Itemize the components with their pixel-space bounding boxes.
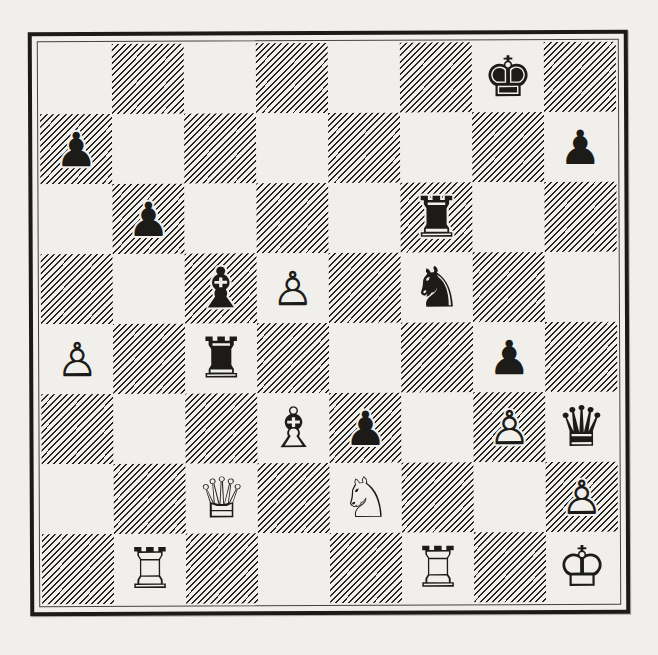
- square-e3: ♟♟: [329, 393, 401, 463]
- square-a6: [40, 184, 112, 254]
- black-pawn: ♟♟: [112, 184, 184, 254]
- board-grid: ♚♚♟♟♟♟♟♟♜♜♝♝♟♙♞♞♟♙♜♜♟♟♝♗♟♟♟♙♛♛♛♕♞♘♟♙♜♖♜♖…: [40, 42, 618, 605]
- square-c3: [185, 393, 257, 463]
- black-pawn: ♟♟: [329, 393, 401, 463]
- white-knight: ♞♘: [330, 463, 402, 533]
- square-c2: ♛♕: [186, 463, 258, 533]
- square-g3: ♟♙: [473, 392, 545, 462]
- square-g2: [474, 462, 546, 532]
- square-c6: [184, 183, 256, 253]
- square-e5: [329, 253, 401, 323]
- square-e4: [329, 323, 401, 393]
- white-pawn: ♟♙: [257, 253, 329, 323]
- square-g6: [472, 182, 544, 252]
- square-a2: [42, 464, 114, 534]
- white-king: ♚♔: [546, 532, 618, 602]
- square-f2: [402, 462, 474, 532]
- board-inner-border: ♚♚♟♟♟♟♟♟♜♜♝♝♟♙♞♞♟♙♜♜♟♟♝♗♟♟♟♙♛♛♛♕♞♘♟♙♜♖♜♖…: [37, 39, 621, 608]
- square-b6: ♟♟: [112, 184, 184, 254]
- square-b8: [112, 44, 184, 114]
- square-d3: ♝♗: [257, 393, 329, 463]
- square-f4: [401, 322, 473, 392]
- square-h3: ♛♛: [545, 392, 617, 462]
- square-g5: [473, 252, 545, 322]
- square-f1: ♜♖: [402, 532, 474, 602]
- square-a3: [41, 394, 113, 464]
- square-a1: [42, 534, 114, 604]
- square-e2: ♞♘: [330, 463, 402, 533]
- square-h2: ♟♙: [546, 462, 618, 532]
- square-d4: [257, 323, 329, 393]
- black-queen: ♛♛: [545, 392, 617, 462]
- square-g8: ♚♚: [472, 42, 544, 112]
- square-c1: [186, 533, 258, 603]
- square-f3: [401, 392, 473, 462]
- square-g1: [474, 532, 546, 602]
- chess-board: ♚♚♟♟♟♟♟♟♜♜♝♝♟♙♞♞♟♙♜♜♟♟♝♗♟♟♟♙♛♛♛♕♞♘♟♙♜♖♜♖…: [28, 30, 631, 617]
- square-b4: [113, 324, 185, 394]
- book-page: ♚♚♟♟♟♟♟♟♜♜♝♝♟♙♞♞♟♙♜♜♟♟♝♗♟♟♟♙♛♛♛♕♞♘♟♙♜♖♜♖…: [0, 0, 658, 655]
- white-rook: ♜♖: [114, 534, 186, 604]
- black-rook: ♜♜: [400, 182, 472, 252]
- white-pawn: ♟♙: [546, 462, 618, 532]
- black-knight: ♞♞: [401, 252, 473, 322]
- square-c5: ♝♝: [185, 253, 257, 323]
- square-c8: [184, 43, 256, 113]
- square-d8: [256, 43, 328, 113]
- white-pawn: ♟♙: [473, 392, 545, 462]
- square-a8: [40, 44, 112, 114]
- square-d7: [256, 113, 328, 183]
- white-queen: ♛♕: [186, 463, 258, 533]
- square-e6: [328, 183, 400, 253]
- white-bishop: ♝♗: [257, 393, 329, 463]
- square-f7: [400, 112, 472, 182]
- square-g7: [472, 112, 544, 182]
- square-a4: ♟♙: [41, 324, 113, 394]
- square-d6: [256, 183, 328, 253]
- square-b2: [114, 464, 186, 534]
- square-c4: ♜♜: [185, 323, 257, 393]
- square-e7: [328, 113, 400, 183]
- black-pawn: ♟♟: [473, 322, 545, 392]
- square-b5: [113, 254, 185, 324]
- white-pawn: ♟♙: [41, 324, 113, 394]
- square-f5: ♞♞: [401, 252, 473, 322]
- square-b7: [112, 114, 184, 184]
- square-a7: ♟♟: [40, 114, 112, 184]
- black-king: ♚♚: [472, 42, 544, 112]
- square-b3: [113, 394, 185, 464]
- square-d1: [258, 533, 330, 603]
- square-b1: ♜♖: [114, 534, 186, 604]
- black-rook: ♜♜: [185, 323, 257, 393]
- square-f8: [400, 42, 472, 112]
- square-d5: ♟♙: [257, 253, 329, 323]
- square-h1: ♚♔: [546, 532, 618, 602]
- square-h4: [545, 322, 617, 392]
- square-h7: ♟♟: [544, 112, 616, 182]
- black-pawn: ♟♟: [40, 114, 112, 184]
- square-g4: ♟♟: [473, 322, 545, 392]
- black-bishop: ♝♝: [185, 253, 257, 323]
- black-pawn: ♟♟: [544, 112, 616, 182]
- square-h5: [545, 252, 617, 322]
- square-f6: ♜♜: [400, 182, 472, 252]
- square-d2: [258, 463, 330, 533]
- square-e8: [328, 43, 400, 113]
- square-e1: [330, 533, 402, 603]
- white-rook: ♜♖: [402, 532, 474, 602]
- square-h6: [544, 182, 616, 252]
- square-a5: [41, 254, 113, 324]
- square-c7: [184, 113, 256, 183]
- square-h8: [544, 42, 616, 112]
